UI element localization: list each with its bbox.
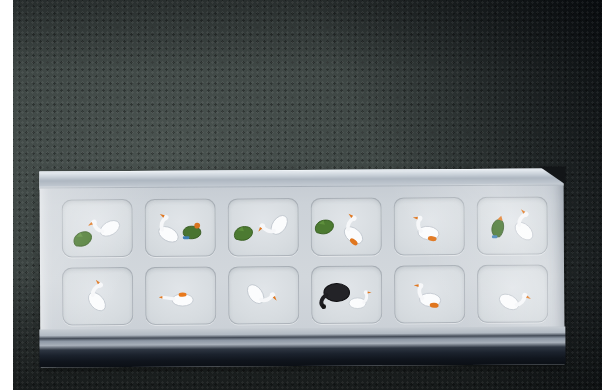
figure-goose <box>249 199 298 250</box>
tray-compartment-r2c4 <box>311 266 382 324</box>
figure-goose <box>500 200 551 251</box>
figure-goose-patch <box>404 210 448 247</box>
tray-compartment-r2c1 <box>62 267 133 325</box>
tray-compartment-r2c5 <box>394 265 465 323</box>
box-top-right-corner <box>539 166 565 184</box>
clear-plastic-box <box>39 168 564 367</box>
tray-compartment-r1c3 <box>228 198 299 256</box>
figure-black-swan <box>311 275 357 312</box>
figure-goose <box>489 276 540 324</box>
figure-green-blob <box>227 216 267 248</box>
figure-goose-patch <box>406 278 448 313</box>
figure-mallard-standing <box>481 211 521 243</box>
box-lid-top-rim <box>39 168 563 188</box>
tray-compartment-r2c2 <box>145 267 216 325</box>
figure-goose-low <box>158 282 198 314</box>
tray-compartment-r1c1 <box>62 199 133 257</box>
figure-goose <box>236 269 285 320</box>
figure-green-blob <box>308 210 348 242</box>
box-front-edge-stripes <box>39 326 565 367</box>
figure-green-blob <box>63 218 108 257</box>
figure-tray <box>62 196 549 325</box>
tray-compartment-r2c6 <box>477 264 548 322</box>
figure-goose-patch <box>328 205 379 255</box>
product-photo <box>0 0 602 390</box>
figure-goose <box>73 271 123 322</box>
figure-goose <box>142 205 193 253</box>
tray-compartment-r1c5 <box>394 197 465 255</box>
tray-compartment-r1c2 <box>145 199 216 257</box>
figure-goose <box>344 286 376 312</box>
tray-compartment-r1c4 <box>311 198 382 256</box>
left-white-strip <box>0 0 13 390</box>
tray-compartment-r2c3 <box>228 266 299 324</box>
figure-mallard <box>173 215 213 247</box>
figure-goose <box>79 202 130 250</box>
tray-compartment-r1c6 <box>477 196 548 254</box>
